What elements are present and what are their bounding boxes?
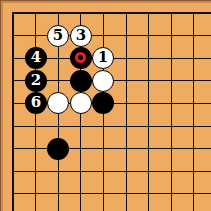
stone-black-4: 4 (25, 47, 47, 69)
grid-line-horizontal (12, 171, 211, 172)
stone-white-1: 1 (92, 47, 114, 69)
stone-black (70, 47, 92, 69)
grid-line-vertical (171, 12, 172, 211)
grid-line-vertical (126, 12, 127, 211)
move-number: 4 (31, 50, 41, 65)
move-number: 6 (31, 95, 41, 110)
grid-line-horizontal (12, 12, 211, 14)
grid-line-horizontal (12, 126, 211, 127)
move-number: 3 (76, 28, 86, 43)
red-circle-marker (75, 52, 86, 63)
move-number: 5 (53, 28, 63, 43)
go-board: 534126 (3, 3, 211, 211)
move-number: 1 (98, 50, 108, 65)
grid-line-vertical (148, 12, 149, 211)
stone-black-6: 6 (25, 92, 47, 114)
stone-white (47, 92, 69, 114)
stone-white-5: 5 (47, 25, 69, 47)
stone-black (70, 70, 92, 92)
grid-line-horizontal (12, 148, 211, 149)
stone-white-3: 3 (70, 25, 92, 47)
grid-line-vertical (12, 12, 14, 211)
move-number: 2 (31, 73, 41, 88)
stone-white (70, 92, 92, 114)
grid-line-horizontal (12, 193, 211, 194)
grid-line-vertical (193, 12, 194, 211)
go-diagram: 534126 (0, 0, 211, 211)
stone-black-2: 2 (25, 70, 47, 92)
stone-black (47, 138, 69, 160)
stone-black (92, 92, 114, 114)
grid-line-horizontal (12, 35, 211, 36)
stone-white (92, 70, 114, 92)
